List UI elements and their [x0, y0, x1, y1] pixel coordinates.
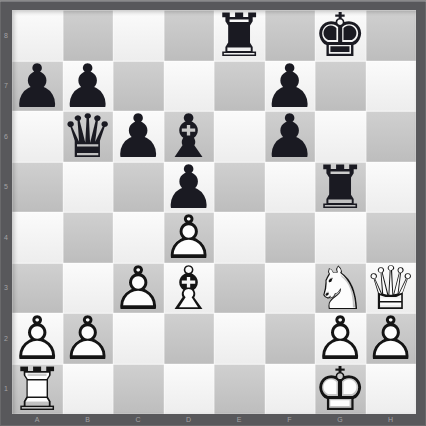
piece-white-pawn: ♙: [12, 313, 63, 364]
square-c8[interactable]: [113, 10, 164, 61]
piece-white-knight: ♞: [315, 263, 366, 314]
square-a6[interactable]: [12, 111, 63, 162]
file-label-g: G: [315, 413, 366, 426]
square-f2[interactable]: [265, 313, 316, 364]
rank-label-5: 5: [0, 162, 12, 213]
rank-label-4: 4: [0, 212, 12, 263]
square-h3[interactable]: ♛♕: [366, 263, 417, 314]
piece-black-rook: ♜: [214, 10, 265, 61]
chess-board-widget: ♜♚♟♟♟♛♟♝♟♟♜♟♙♟♙♝♗♞♘♛♕♟♙♟♙♟♙♟♙♜♖♚♔ 8 7 6 …: [0, 0, 426, 426]
piece-white-rook: ♜: [12, 364, 63, 415]
rank-label-2: 2: [0, 313, 12, 364]
square-c7[interactable]: [113, 61, 164, 112]
rank-label-3: 3: [0, 263, 12, 314]
square-g6[interactable]: [315, 111, 366, 162]
piece-white-pawn: ♟: [12, 313, 63, 364]
piece-white-pawn: ♟: [366, 313, 417, 364]
square-c5[interactable]: [113, 162, 164, 213]
square-e8[interactable]: ♜: [214, 10, 265, 61]
square-h4[interactable]: [366, 212, 417, 263]
square-d7[interactable]: [164, 61, 215, 112]
file-labels: A B C D E F G H: [12, 413, 416, 426]
square-d6[interactable]: ♝: [164, 111, 215, 162]
square-d5[interactable]: ♟: [164, 162, 215, 213]
piece-white-bishop: ♗: [164, 263, 215, 314]
square-d3[interactable]: ♝♗: [164, 263, 215, 314]
piece-white-pawn: ♟: [63, 313, 114, 364]
square-c1[interactable]: [113, 364, 164, 415]
square-g2[interactable]: ♟♙: [315, 313, 366, 364]
square-e5[interactable]: [214, 162, 265, 213]
square-f6[interactable]: ♟: [265, 111, 316, 162]
square-h7[interactable]: [366, 61, 417, 112]
piece-white-pawn: ♙: [366, 313, 417, 364]
square-g4[interactable]: [315, 212, 366, 263]
square-f5[interactable]: [265, 162, 316, 213]
square-e7[interactable]: [214, 61, 265, 112]
square-a3[interactable]: [12, 263, 63, 314]
square-b1[interactable]: [63, 364, 114, 415]
rank-labels: 8 7 6 5 4 3 2 1: [0, 10, 12, 414]
file-label-e: E: [214, 413, 265, 426]
file-label-f: F: [265, 413, 316, 426]
square-f4[interactable]: [265, 212, 316, 263]
rank-label-1: 1: [0, 364, 12, 415]
square-e4[interactable]: [214, 212, 265, 263]
piece-white-pawn: ♟: [315, 313, 366, 364]
square-f7[interactable]: ♟: [265, 61, 316, 112]
piece-white-pawn: ♙: [63, 313, 114, 364]
piece-black-pawn: ♟: [12, 61, 63, 112]
piece-white-pawn: ♙: [315, 313, 366, 364]
square-h8[interactable]: [366, 10, 417, 61]
square-g3[interactable]: ♞♘: [315, 263, 366, 314]
piece-white-queen: ♛: [366, 263, 417, 314]
square-a4[interactable]: [12, 212, 63, 263]
rank-label-7: 7: [0, 61, 12, 112]
square-h6[interactable]: [366, 111, 417, 162]
square-e1[interactable]: [214, 364, 265, 415]
square-b2[interactable]: ♟♙: [63, 313, 114, 364]
piece-white-pawn: ♟: [113, 263, 164, 314]
piece-black-pawn: ♟: [63, 61, 114, 112]
file-label-d: D: [164, 413, 215, 426]
square-c6[interactable]: ♟: [113, 111, 164, 162]
square-f8[interactable]: [265, 10, 316, 61]
square-c2[interactable]: [113, 313, 164, 364]
piece-black-pawn: ♟: [265, 111, 316, 162]
square-a7[interactable]: ♟: [12, 61, 63, 112]
piece-black-rook: ♜: [315, 162, 366, 213]
piece-white-knight: ♘: [315, 263, 366, 314]
square-h1[interactable]: [366, 364, 417, 415]
piece-black-queen: ♛: [63, 111, 114, 162]
square-g5[interactable]: ♜: [315, 162, 366, 213]
square-b8[interactable]: [63, 10, 114, 61]
file-label-b: B: [63, 413, 114, 426]
rank-label-8: 8: [0, 10, 12, 61]
square-a8[interactable]: [12, 10, 63, 61]
square-b4[interactable]: [63, 212, 114, 263]
square-e6[interactable]: [214, 111, 265, 162]
piece-black-bishop: ♝: [164, 111, 215, 162]
board: ♜♚♟♟♟♛♟♝♟♟♜♟♙♟♙♝♗♞♘♛♕♟♙♟♙♟♙♟♙♜♖♚♔: [12, 10, 416, 414]
square-a2[interactable]: ♟♙: [12, 313, 63, 364]
square-b3[interactable]: [63, 263, 114, 314]
square-h2[interactable]: ♟♙: [366, 313, 417, 364]
piece-white-pawn: ♟: [164, 212, 215, 263]
square-b5[interactable]: [63, 162, 114, 213]
piece-white-rook: ♖: [12, 364, 63, 415]
file-label-a: A: [12, 413, 63, 426]
piece-black-king: ♚: [315, 10, 366, 61]
file-label-c: C: [113, 413, 164, 426]
square-c3[interactable]: ♟♙: [113, 263, 164, 314]
file-label-h: H: [366, 413, 417, 426]
square-c4[interactable]: [113, 212, 164, 263]
piece-white-bishop: ♝: [164, 263, 215, 314]
piece-white-pawn: ♙: [113, 263, 164, 314]
piece-black-pawn: ♟: [164, 162, 215, 213]
square-g7[interactable]: [315, 61, 366, 112]
piece-white-king: ♚: [315, 364, 366, 415]
square-b6[interactable]: ♛: [63, 111, 114, 162]
rank-label-6: 6: [0, 111, 12, 162]
piece-black-pawn: ♟: [113, 111, 164, 162]
piece-white-pawn: ♙: [164, 212, 215, 263]
square-f1[interactable]: [265, 364, 316, 415]
piece-black-pawn: ♟: [265, 61, 316, 112]
square-d2[interactable]: [164, 313, 215, 364]
square-d4[interactable]: ♟♙: [164, 212, 215, 263]
piece-white-king: ♔: [315, 364, 366, 415]
square-d8[interactable]: [164, 10, 215, 61]
square-b7[interactable]: ♟: [63, 61, 114, 112]
square-a5[interactable]: [12, 162, 63, 213]
square-g8[interactable]: ♚: [315, 10, 366, 61]
square-f3[interactable]: [265, 263, 316, 314]
square-g1[interactable]: ♚♔: [315, 364, 366, 415]
square-e2[interactable]: [214, 313, 265, 364]
piece-white-queen: ♕: [366, 263, 417, 314]
square-e3[interactable]: [214, 263, 265, 314]
square-a1[interactable]: ♜♖: [12, 364, 63, 415]
square-d1[interactable]: [164, 364, 215, 415]
square-h5[interactable]: [366, 162, 417, 213]
